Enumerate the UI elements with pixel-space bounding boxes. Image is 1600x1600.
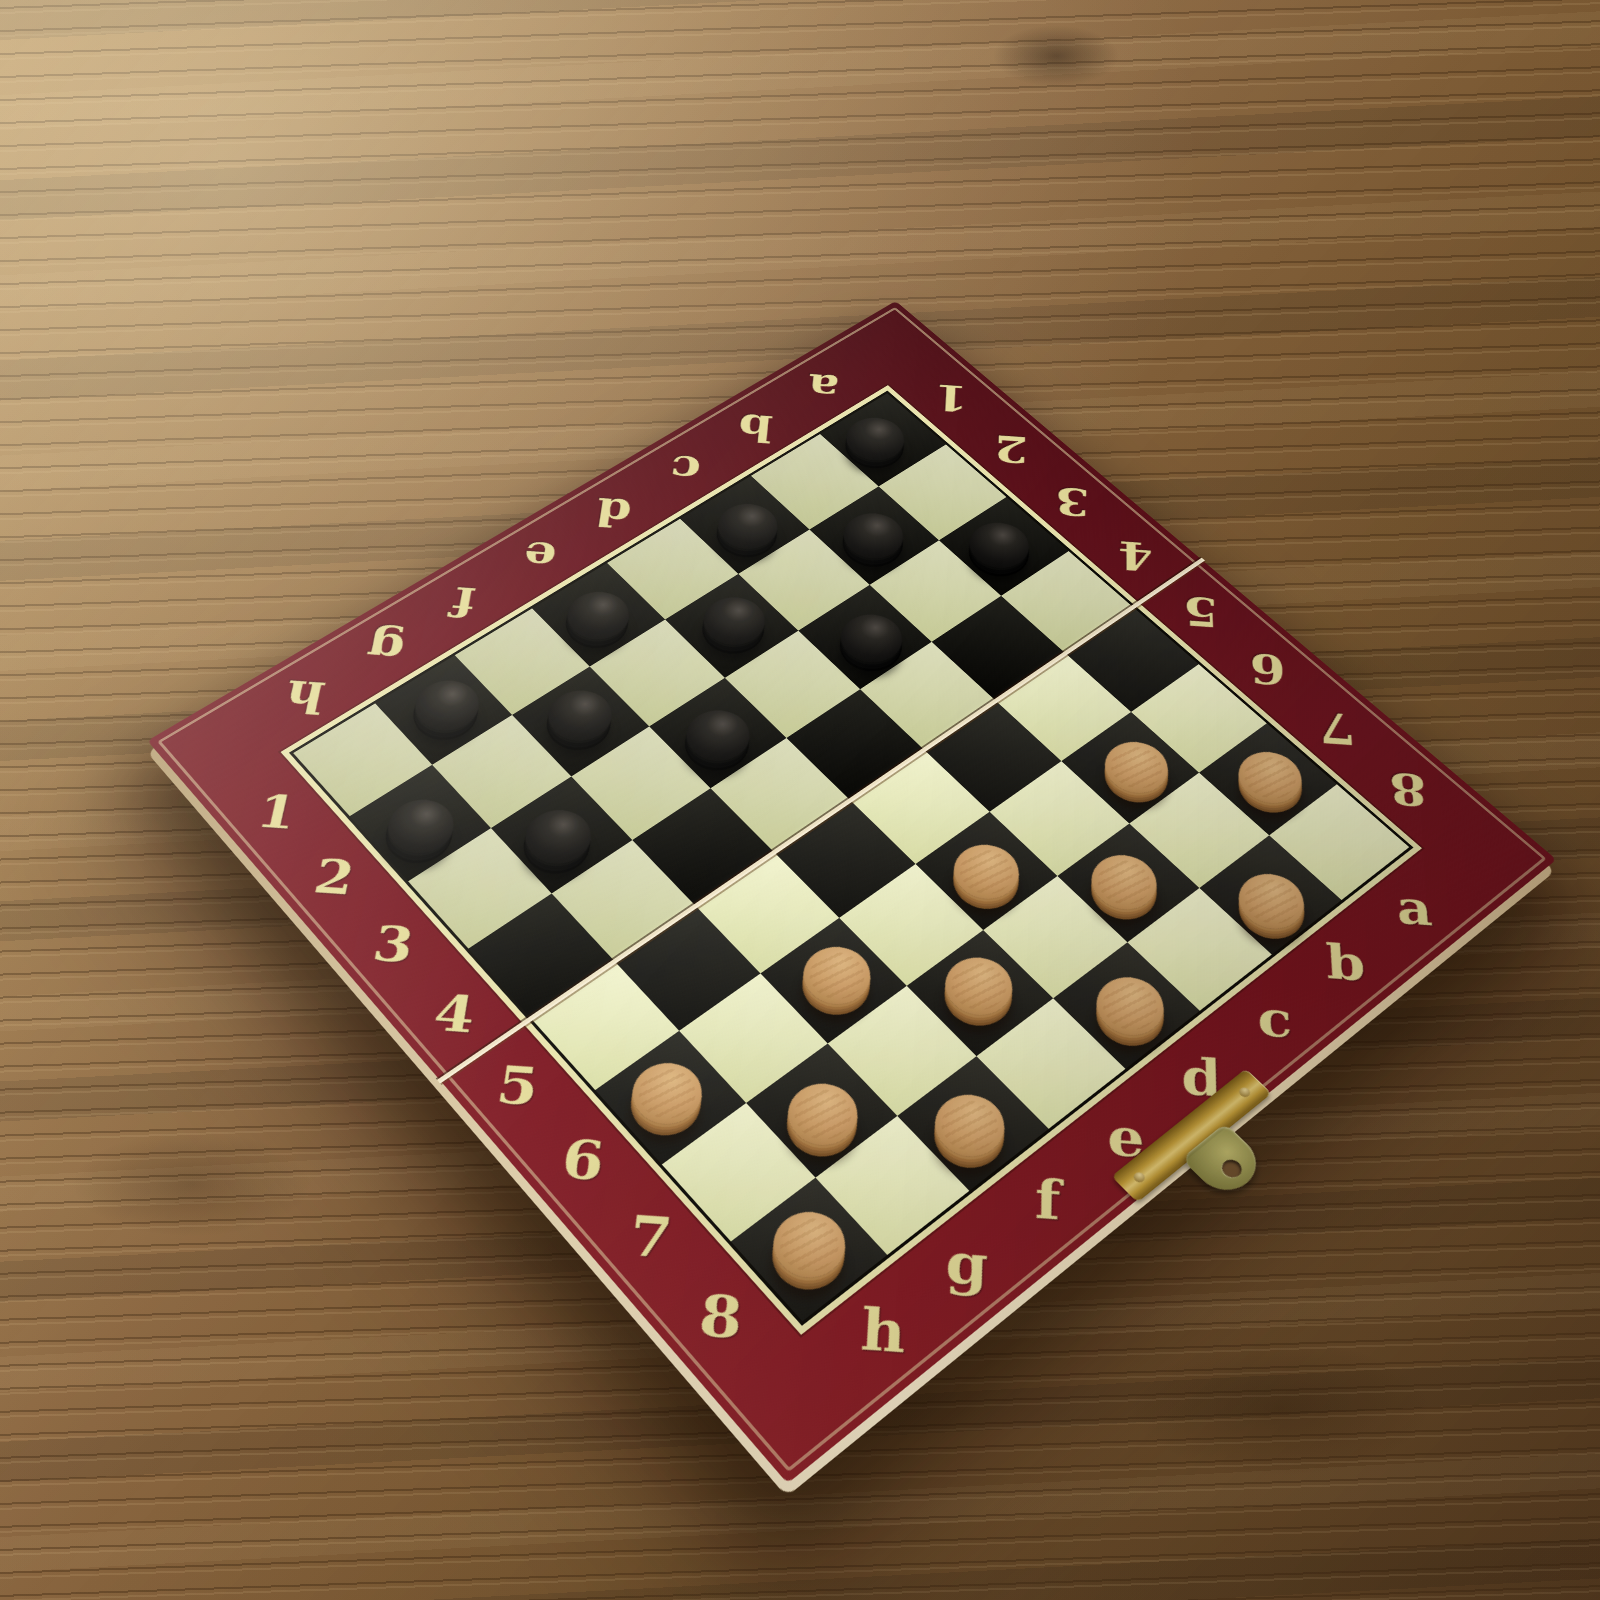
file-label-far-d: d [593,489,634,536]
white-man-g7[interactable] [774,1071,872,1158]
square-d6[interactable] [916,812,1058,930]
square-f6[interactable] [760,918,906,1044]
white-man-e7[interactable] [932,945,1027,1026]
file-label-far-b: b [736,405,774,450]
white-man-h6[interactable] [619,1050,717,1136]
square-c8[interactable] [1127,888,1271,1011]
file-label-near-e: e [1108,1105,1145,1170]
white-man-f8[interactable] [921,1082,1019,1169]
rank-label-near-6: 6 [558,1127,607,1193]
square-h5[interactable] [531,961,679,1090]
rank-label-far-7: 7 [1317,702,1357,754]
black-man-g3[interactable] [513,799,604,875]
file-label-near-b: b [1325,933,1367,992]
square-g3[interactable] [491,777,632,894]
black-man-h2[interactable] [375,788,466,863]
file-label-far-h: h [280,670,330,723]
rank-label-far-4: 4 [1118,532,1153,580]
file-label-near-g: g [945,1229,990,1298]
square-h3[interactable] [408,828,552,949]
rank-label-near-5: 5 [493,1053,543,1117]
white-man-b8[interactable] [1225,862,1317,939]
square-f5[interactable] [695,852,839,973]
square-h8[interactable] [731,1178,887,1322]
square-g8[interactable] [815,1116,969,1255]
rank-label-near-3: 3 [368,914,418,974]
square-e8[interactable] [977,998,1126,1129]
white-man-c7[interactable] [1078,844,1170,921]
file-label-near-c: c [1257,989,1294,1050]
board-wrapper: 1122334455667788aabbccddeeffgghh [316,266,1383,1333]
square-e7[interactable] [907,930,1053,1056]
square-h7[interactable] [662,1103,816,1242]
clasp-hole [1218,1156,1246,1181]
table-surface: 1122334455667788aabbccddeeffgghh [0,0,1600,1600]
rank-label-far-8: 8 [1387,762,1428,816]
file-label-far-e: e [520,532,560,580]
square-d7[interactable] [983,876,1127,998]
board-3d-tilt: 1122334455667788aabbccddeeffgghh [147,301,1556,1484]
square-d8[interactable] [1053,942,1200,1069]
rank-label-far-1: 1 [933,376,968,420]
square-b8[interactable] [1199,835,1341,954]
file-label-near-h: h [859,1295,907,1366]
file-label-far-a: a [806,365,841,409]
rank-label-near-4: 4 [429,983,479,1045]
square-e6[interactable] [839,864,983,986]
square-f8[interactable] [897,1056,1048,1191]
square-f4[interactable] [632,788,774,905]
square-g7[interactable] [746,1043,897,1177]
clasp-bar [1111,1069,1271,1203]
white-man-h8[interactable] [759,1198,860,1291]
file-label-near-f: f [1035,1167,1062,1233]
file-label-far-g: g [363,623,409,674]
square-g5[interactable] [614,906,760,1031]
file-label-near-a: a [1395,879,1435,936]
game-board: 1122334455667788aabbccddeeffgghh [147,301,1556,1484]
square-h2[interactable] [350,765,491,882]
rank-label-far-5: 5 [1182,587,1219,636]
white-man-d6[interactable] [941,833,1033,910]
file-label-far-f: f [449,577,480,626]
rank-label-near-8: 8 [696,1281,745,1352]
square-h6[interactable] [595,1031,746,1165]
rank-label-far-3: 3 [1054,478,1089,524]
square-h4[interactable] [468,893,614,1018]
square-c7[interactable] [1057,824,1199,943]
square-f7[interactable] [828,986,977,1116]
white-man-f6[interactable] [790,935,884,1016]
rank-label-near-2: 2 [309,848,359,906]
rank-label-near-7: 7 [626,1202,675,1270]
square-e5[interactable] [774,800,916,918]
file-label-near-d: d [1181,1046,1223,1109]
rank-label-far-2: 2 [993,426,1028,471]
rank-label-near-1: 1 [252,784,302,840]
file-label-far-c: c [668,446,703,492]
square-g6[interactable] [679,973,828,1103]
rank-label-far-6: 6 [1248,643,1286,694]
white-man-d8[interactable] [1083,965,1178,1047]
square-g4[interactable] [552,840,696,961]
